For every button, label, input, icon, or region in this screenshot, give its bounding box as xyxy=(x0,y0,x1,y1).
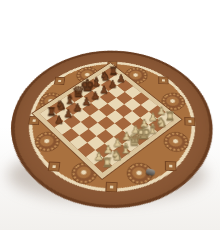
diamond-motif-carving xyxy=(47,162,60,172)
diamond-motif-carving xyxy=(184,117,195,126)
product-photo-stage: ♜♞♝♛♚♝♞♜♟♟♟♟♟♟♟♟♟♟♟♟♟♟♟♟♜♞♝♛♚♝♞♜ xyxy=(0,0,220,230)
diamond-motif-carving xyxy=(54,76,65,84)
piece-black-pawn[interactable]: ♟ xyxy=(46,114,72,125)
rosette-medallion-carving xyxy=(32,129,64,155)
piece-white-rook[interactable]: ♜ xyxy=(93,157,121,169)
carved-band xyxy=(0,25,220,230)
scene-3d: ♜♞♝♛♚♝♞♜♟♟♟♟♟♟♟♟♟♟♟♟♟♟♟♟♜♞♝♛♚♝♞♜ xyxy=(0,0,220,230)
diamond-motif-carving xyxy=(159,76,169,84)
round-carved-board: ♜♞♝♛♚♝♞♜♟♟♟♟♟♟♟♟♟♟♟♟♟♟♟♟♜♞♝♛♚♝♞♜ xyxy=(0,25,220,230)
diamond-motif-carving xyxy=(165,162,177,172)
diamond-motif-carving xyxy=(106,182,119,193)
